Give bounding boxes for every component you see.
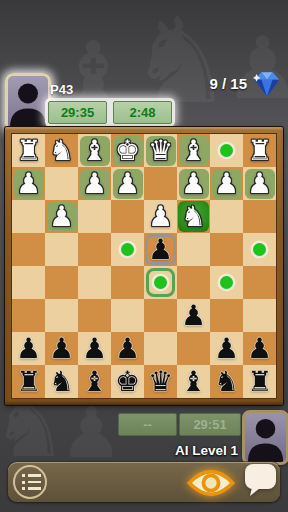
square-a2[interactable]: ♟ (243, 167, 276, 200)
piece-bn: ♞ (49, 365, 74, 398)
square-b5[interactable] (210, 266, 243, 299)
square-h2[interactable]: ♟ (12, 167, 45, 200)
square-c5[interactable] (177, 266, 210, 299)
square-c6[interactable]: ♟ (177, 299, 210, 332)
piece-wp: ♟ (181, 167, 206, 200)
piece-bk: ♚ (115, 365, 140, 398)
piece-bp: ♟ (181, 299, 206, 332)
speech-bubble-icon (245, 464, 276, 489)
piece-bp: ♟ (49, 332, 74, 365)
square-b1[interactable] (210, 134, 243, 167)
square-c1[interactable]: ♝ (177, 134, 210, 167)
piece-br: ♜ (247, 365, 272, 398)
square-e6[interactable] (111, 299, 144, 332)
piece-bp: ♟ (16, 332, 41, 365)
bottom-toolbar (8, 462, 280, 502)
square-g4[interactable] (45, 233, 78, 266)
piece-bp: ♟ (247, 332, 272, 365)
piece-wb: ♝ (82, 134, 107, 167)
square-d8[interactable]: ♛ (144, 365, 177, 398)
square-f7[interactable]: ♟ (78, 332, 111, 365)
square-e4[interactable] (111, 233, 144, 266)
square-b6[interactable] (210, 299, 243, 332)
square-c2[interactable]: ♟ (177, 167, 210, 200)
square-g3[interactable]: ♟ (45, 200, 78, 233)
square-a6[interactable] (243, 299, 276, 332)
person-silhouette-icon (245, 413, 286, 462)
square-e1[interactable]: ♚ (111, 134, 144, 167)
square-g5[interactable] (45, 266, 78, 299)
gem-score: 9 / 15 (209, 75, 247, 92)
opponent-name: AI Level 1 (175, 443, 238, 458)
piece-wb: ♝ (181, 134, 206, 167)
legal-move-dot (220, 276, 233, 289)
square-f6[interactable] (78, 299, 111, 332)
legal-move-dot (253, 243, 266, 256)
square-f3[interactable] (78, 200, 111, 233)
diamond-gem-icon[interactable] (250, 70, 284, 99)
chess-board: ♜♞♝♚♛♝♜♟♟♟♟♟♟♟♟♞♟♟♟♟♟♟♟♟♜♞♝♚♛♝♞♜ (12, 134, 276, 398)
square-a8[interactable]: ♜ (243, 365, 276, 398)
piece-wq: ♛ (148, 134, 173, 167)
piece-wp: ♟ (82, 167, 107, 200)
person-silhouette-icon (8, 76, 48, 129)
square-b4[interactable] (210, 233, 243, 266)
square-g6[interactable] (45, 299, 78, 332)
piece-wp: ♟ (16, 167, 41, 200)
square-d4[interactable]: ♟ (144, 233, 177, 266)
square-d2[interactable] (144, 167, 177, 200)
piece-bb: ♝ (181, 365, 206, 398)
piece-wp: ♟ (247, 167, 272, 200)
player-move-timer: 2:48 (113, 101, 172, 124)
square-g1[interactable]: ♞ (45, 134, 78, 167)
piece-bn: ♞ (214, 365, 239, 398)
square-b8[interactable]: ♞ (210, 365, 243, 398)
piece-bp: ♟ (115, 332, 140, 365)
square-h4[interactable] (12, 233, 45, 266)
square-c4[interactable] (177, 233, 210, 266)
square-f4[interactable] (78, 233, 111, 266)
square-h1[interactable]: ♜ (12, 134, 45, 167)
square-h8[interactable]: ♜ (12, 365, 45, 398)
legal-move-dot (220, 144, 233, 157)
opponent-main-timer: 29:51 (179, 413, 241, 436)
chat-button[interactable] (244, 463, 277, 497)
square-h7[interactable]: ♟ (12, 332, 45, 365)
piece-br: ♜ (16, 365, 41, 398)
square-b3[interactable] (210, 200, 243, 233)
square-d5[interactable] (144, 266, 177, 299)
square-g2[interactable] (45, 167, 78, 200)
player-timers: 29:35 2:48 (45, 98, 175, 127)
piece-bp: ♟ (214, 332, 239, 365)
square-f5[interactable] (78, 266, 111, 299)
square-d1[interactable]: ♛ (144, 134, 177, 167)
square-c8[interactable]: ♝ (177, 365, 210, 398)
piece-wp: ♟ (148, 200, 173, 233)
square-e3[interactable] (111, 200, 144, 233)
square-a4[interactable] (243, 233, 276, 266)
square-e8[interactable]: ♚ (111, 365, 144, 398)
chess-board-frame: ♜♞♝♚♛♝♜♟♟♟♟♟♟♟♟♞♟♟♟♟♟♟♟♟♜♞♝♚♛♝♞♜ (5, 127, 283, 405)
decor-pawn-silhouette: ♟ (224, 18, 288, 118)
piece-bq: ♛ (148, 365, 173, 398)
square-h3[interactable] (12, 200, 45, 233)
piece-bp: ♟ (82, 332, 107, 365)
square-h5[interactable] (12, 266, 45, 299)
opponent-avatar (242, 410, 288, 465)
piece-wr: ♜ (16, 134, 41, 167)
opponent-move-timer: -- (118, 413, 177, 436)
player-main-timer: 29:35 (48, 101, 107, 124)
piece-wn: ♞ (181, 200, 206, 233)
square-g8[interactable]: ♞ (45, 365, 78, 398)
piece-wp: ♟ (214, 167, 239, 200)
legal-move-dot (154, 276, 167, 289)
square-b2[interactable]: ♟ (210, 167, 243, 200)
square-e7[interactable]: ♟ (111, 332, 144, 365)
square-c7[interactable] (177, 332, 210, 365)
square-a7[interactable]: ♟ (243, 332, 276, 365)
legal-move-dot (121, 243, 134, 256)
chess-app-screen: ♞ ♟ ♝ ♞ ♟ P43 9 / 15 29:35 2:48 ♜♞♝♚♛♝♜♟… (0, 0, 288, 512)
square-a1[interactable]: ♜ (243, 134, 276, 167)
square-f1[interactable]: ♝ (78, 134, 111, 167)
menu-button[interactable] (13, 465, 47, 499)
player-name: P43 (50, 82, 73, 97)
piece-wp: ♟ (115, 167, 140, 200)
piece-wn: ♞ (49, 134, 74, 167)
square-e5[interactable] (111, 266, 144, 299)
square-d6[interactable] (144, 299, 177, 332)
square-a3[interactable] (243, 200, 276, 233)
square-a5[interactable] (243, 266, 276, 299)
list-menu-icon (22, 474, 45, 477)
square-c3[interactable]: ♞ (177, 200, 210, 233)
piece-wk: ♚ (115, 134, 140, 167)
piece-bp: ♟ (148, 233, 173, 266)
square-f2[interactable]: ♟ (78, 167, 111, 200)
piece-wr: ♜ (247, 134, 272, 167)
square-h6[interactable] (12, 299, 45, 332)
square-d3[interactable]: ♟ (144, 200, 177, 233)
square-d7[interactable] (144, 332, 177, 365)
square-f8[interactable]: ♝ (78, 365, 111, 398)
square-e2[interactable]: ♟ (111, 167, 144, 200)
piece-wp: ♟ (49, 200, 74, 233)
square-b7[interactable]: ♟ (210, 332, 243, 365)
square-g7[interactable]: ♟ (45, 332, 78, 365)
piece-bb: ♝ (82, 365, 107, 398)
eye-preview-button[interactable] (185, 467, 237, 499)
